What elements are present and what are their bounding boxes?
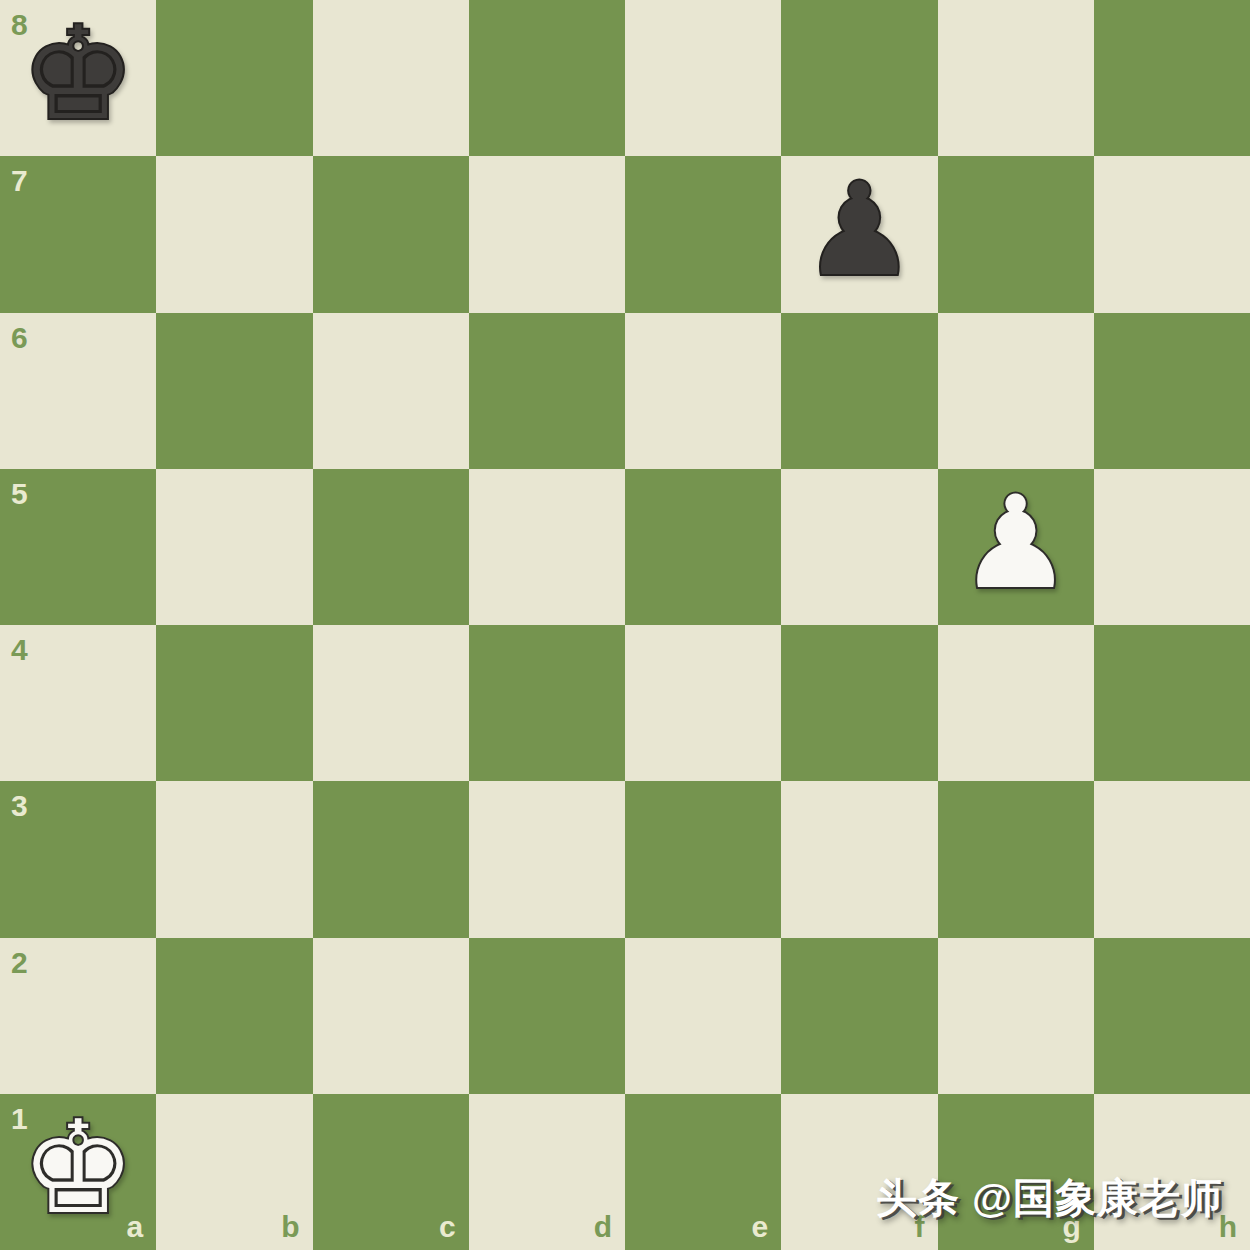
chess-board: 头条 @国象康老师 8♚7♟65♟4321a♚bcdefgh xyxy=(0,0,1250,1250)
square-h2[interactable] xyxy=(1094,938,1250,1094)
square-d4[interactable] xyxy=(469,625,625,781)
square-f5[interactable] xyxy=(781,469,937,625)
square-e7[interactable] xyxy=(625,156,781,312)
square-c2[interactable] xyxy=(313,938,469,1094)
square-b5[interactable] xyxy=(156,469,312,625)
square-f8[interactable] xyxy=(781,0,937,156)
watermark-text: 头条 @国象康老师 xyxy=(876,1171,1223,1226)
square-a5[interactable]: 5 xyxy=(0,469,156,625)
square-g5[interactable]: ♟ xyxy=(938,469,1094,625)
white-king[interactable]: ♚ xyxy=(21,1104,136,1232)
square-f2[interactable] xyxy=(781,938,937,1094)
square-b1[interactable]: b xyxy=(156,1094,312,1250)
square-d5[interactable] xyxy=(469,469,625,625)
square-c1[interactable]: c xyxy=(313,1094,469,1250)
square-g3[interactable] xyxy=(938,781,1094,937)
rank-label-6: 6 xyxy=(11,323,28,353)
square-h4[interactable] xyxy=(1094,625,1250,781)
square-c5[interactable] xyxy=(313,469,469,625)
square-d1[interactable]: d xyxy=(469,1094,625,1250)
square-f6[interactable] xyxy=(781,313,937,469)
square-g8[interactable] xyxy=(938,0,1094,156)
file-label-d: d xyxy=(594,1212,612,1242)
square-f4[interactable] xyxy=(781,625,937,781)
square-a6[interactable]: 6 xyxy=(0,313,156,469)
square-g6[interactable] xyxy=(938,313,1094,469)
square-e3[interactable] xyxy=(625,781,781,937)
square-e2[interactable] xyxy=(625,938,781,1094)
square-b3[interactable] xyxy=(156,781,312,937)
rank-label-7: 7 xyxy=(11,166,28,196)
black-king[interactable]: ♚ xyxy=(21,10,136,138)
square-c6[interactable] xyxy=(313,313,469,469)
square-c7[interactable] xyxy=(313,156,469,312)
square-e8[interactable] xyxy=(625,0,781,156)
square-b2[interactable] xyxy=(156,938,312,1094)
square-f7[interactable]: ♟ xyxy=(781,156,937,312)
black-pawn[interactable]: ♟ xyxy=(802,166,917,294)
square-h7[interactable] xyxy=(1094,156,1250,312)
square-d3[interactable] xyxy=(469,781,625,937)
square-c8[interactable] xyxy=(313,0,469,156)
square-g7[interactable] xyxy=(938,156,1094,312)
square-a4[interactable]: 4 xyxy=(0,625,156,781)
square-b8[interactable] xyxy=(156,0,312,156)
square-g2[interactable] xyxy=(938,938,1094,1094)
square-a1[interactable]: 1a♚ xyxy=(0,1094,156,1250)
square-f3[interactable] xyxy=(781,781,937,937)
square-a3[interactable]: 3 xyxy=(0,781,156,937)
square-e6[interactable] xyxy=(625,313,781,469)
rank-label-3: 3 xyxy=(11,791,28,821)
square-h3[interactable] xyxy=(1094,781,1250,937)
square-a8[interactable]: 8♚ xyxy=(0,0,156,156)
square-c4[interactable] xyxy=(313,625,469,781)
square-g4[interactable] xyxy=(938,625,1094,781)
square-d2[interactable] xyxy=(469,938,625,1094)
square-a2[interactable]: 2 xyxy=(0,938,156,1094)
square-h5[interactable] xyxy=(1094,469,1250,625)
rank-label-4: 4 xyxy=(11,635,28,665)
white-pawn[interactable]: ♟ xyxy=(958,479,1073,607)
square-b7[interactable] xyxy=(156,156,312,312)
rank-label-2: 2 xyxy=(11,948,28,978)
rank-label-5: 5 xyxy=(11,479,28,509)
square-b6[interactable] xyxy=(156,313,312,469)
file-label-c: c xyxy=(439,1212,456,1242)
square-d6[interactable] xyxy=(469,313,625,469)
square-c3[interactable] xyxy=(313,781,469,937)
square-h6[interactable] xyxy=(1094,313,1250,469)
square-d8[interactable] xyxy=(469,0,625,156)
square-a7[interactable]: 7 xyxy=(0,156,156,312)
square-e5[interactable] xyxy=(625,469,781,625)
square-d7[interactable] xyxy=(469,156,625,312)
square-e4[interactable] xyxy=(625,625,781,781)
square-b4[interactable] xyxy=(156,625,312,781)
file-label-b: b xyxy=(281,1212,299,1242)
file-label-e: e xyxy=(752,1212,769,1242)
square-e1[interactable]: e xyxy=(625,1094,781,1250)
square-h8[interactable] xyxy=(1094,0,1250,156)
